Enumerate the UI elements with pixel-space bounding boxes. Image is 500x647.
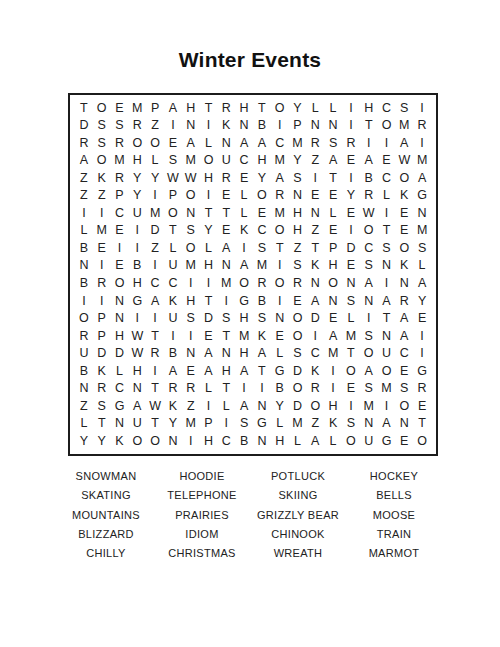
grid-cell-r10c16: E bbox=[342, 257, 360, 275]
grid-cell-r15c16: T bbox=[342, 345, 360, 363]
grid-cell-r15c6: B bbox=[164, 345, 182, 363]
grid-cell-r19c17: N bbox=[360, 415, 378, 433]
grid-cell-r6c8: I bbox=[200, 187, 218, 205]
grid-cell-r18c12: Y bbox=[271, 397, 289, 415]
grid-cell-r20c7: I bbox=[182, 432, 200, 450]
grid-cell-r19c1: L bbox=[75, 415, 93, 433]
grid-cell-r19c16: S bbox=[342, 415, 360, 433]
grid-cell-r6c18: L bbox=[378, 187, 396, 205]
grid-cell-r6c12: R bbox=[271, 187, 289, 205]
word-item: SNOWMAN bbox=[58, 467, 154, 486]
grid-cell-r20c1: Y bbox=[75, 432, 93, 450]
grid-cell-r20c3: K bbox=[111, 432, 129, 450]
grid-cell-r5c13: S bbox=[289, 169, 307, 187]
grid-cell-r2c18: O bbox=[378, 117, 396, 135]
grid-cell-r5c14: I bbox=[306, 169, 324, 187]
grid-cell-r9c11: S bbox=[253, 239, 271, 257]
grid-cell-r3c19: A bbox=[395, 134, 413, 152]
grid-cell-r16c16: O bbox=[342, 362, 360, 380]
grid-cell-r12c10: G bbox=[235, 292, 253, 310]
grid-cell-r14c11: K bbox=[253, 327, 271, 345]
grid-cell-r5c16: I bbox=[342, 169, 360, 187]
grid-cell-r2c1: D bbox=[75, 117, 93, 135]
grid-cell-r16c3: L bbox=[111, 362, 129, 380]
grid-cell-r7c2: I bbox=[93, 204, 111, 222]
grid-cell-r16c14: K bbox=[306, 362, 324, 380]
grid-cell-r15c2: D bbox=[93, 345, 111, 363]
grid-cell-r5c4: Y bbox=[128, 169, 146, 187]
grid-cell-r9c6: L bbox=[164, 239, 182, 257]
grid-cell-r8c11: C bbox=[253, 222, 271, 240]
grid-cell-r14c20: I bbox=[413, 327, 431, 345]
grid-cell-r17c9: T bbox=[217, 380, 235, 398]
grid-cell-r13c18: T bbox=[378, 310, 396, 328]
grid-cell-r14c17: S bbox=[360, 327, 378, 345]
grid-cell-r8c19: E bbox=[395, 222, 413, 240]
grid-cell-r1c10: H bbox=[235, 99, 253, 117]
grid-cell-r16c20: G bbox=[413, 362, 431, 380]
grid-cell-r14c13: O bbox=[289, 327, 307, 345]
grid-cell-r6c16: Y bbox=[342, 187, 360, 205]
grid-cell-r2c6: I bbox=[164, 117, 182, 135]
grid-cell-r18c9: L bbox=[217, 397, 235, 415]
grid-cell-r20c11: N bbox=[253, 432, 271, 450]
grid-cell-r6c5: I bbox=[146, 187, 164, 205]
grid-cell-r4c15: A bbox=[324, 152, 342, 170]
grid-cell-r9c8: L bbox=[200, 239, 218, 257]
grid-cell-r3c14: R bbox=[306, 134, 324, 152]
grid-cell-r13c8: D bbox=[200, 310, 218, 328]
grid-cell-r10c19: K bbox=[395, 257, 413, 275]
grid-cell-r11c11: R bbox=[253, 274, 271, 292]
grid-cell-r2c9: K bbox=[217, 117, 235, 135]
grid-cell-r20c6: N bbox=[164, 432, 182, 450]
grid-cell-r8c7: S bbox=[182, 222, 200, 240]
grid-cell-r14c12: E bbox=[271, 327, 289, 345]
grid-cell-r3c10: A bbox=[235, 134, 253, 152]
grid-cell-r17c7: R bbox=[182, 380, 200, 398]
grid-cell-r11c18: I bbox=[378, 274, 396, 292]
grid-cell-r7c8: T bbox=[200, 204, 218, 222]
grid-cell-r1c6: A bbox=[164, 99, 182, 117]
grid-cell-r4c19: W bbox=[395, 152, 413, 170]
grid-cell-r20c15: L bbox=[324, 432, 342, 450]
word-list-column-4: HOCKEYBELLSMOOSETRAINMARMOT bbox=[346, 467, 442, 563]
word-item: HOODIE bbox=[154, 467, 250, 486]
grid-cell-r19c18: A bbox=[378, 415, 396, 433]
grid-cell-r8c13: H bbox=[289, 222, 307, 240]
grid-cell-r10c6: U bbox=[164, 257, 182, 275]
grid-cell-r13c19: A bbox=[395, 310, 413, 328]
grid-cell-r2c3: S bbox=[111, 117, 129, 135]
grid-cell-r9c14: T bbox=[306, 239, 324, 257]
grid-cell-r4c3: M bbox=[111, 152, 129, 170]
grid-cell-r13c12: N bbox=[271, 310, 289, 328]
grid-cell-r13c2: P bbox=[93, 310, 111, 328]
grid-cell-r9c15: P bbox=[324, 239, 342, 257]
grid-cell-r12c15: N bbox=[324, 292, 342, 310]
grid-cell-r2c12: I bbox=[271, 117, 289, 135]
grid-cell-r7c5: M bbox=[146, 204, 164, 222]
grid-cell-r16c2: K bbox=[93, 362, 111, 380]
grid-cell-r2c2: S bbox=[93, 117, 111, 135]
grid-cell-r19c20: T bbox=[413, 415, 431, 433]
grid-cell-r6c1: Z bbox=[75, 187, 93, 205]
grid-cell-r4c7: M bbox=[182, 152, 200, 170]
grid-cell-r17c19: S bbox=[395, 380, 413, 398]
grid-cell-r12c6: K bbox=[164, 292, 182, 310]
grid-cell-r20c8: H bbox=[200, 432, 218, 450]
grid-cell-r5c5: Y bbox=[146, 169, 164, 187]
grid-cell-r7c7: N bbox=[182, 204, 200, 222]
grid-cell-r6c20: G bbox=[413, 187, 431, 205]
grid-cell-r18c18: I bbox=[378, 397, 396, 415]
word-item: SKATING bbox=[58, 486, 154, 505]
grid-cell-r12c13: E bbox=[289, 292, 307, 310]
grid-cell-r6c14: E bbox=[306, 187, 324, 205]
puzzle-title: Winter Events bbox=[0, 48, 500, 72]
grid-cell-r19c9: I bbox=[217, 415, 235, 433]
grid-cell-r5c6: W bbox=[164, 169, 182, 187]
grid-cell-r6c15: E bbox=[324, 187, 342, 205]
grid-cell-r18c8: I bbox=[200, 397, 218, 415]
grid-cell-r5c2: K bbox=[93, 169, 111, 187]
grid-cell-r8c14: Z bbox=[306, 222, 324, 240]
grid-cell-r1c2: O bbox=[93, 99, 111, 117]
grid-cell-r8c9: E bbox=[217, 222, 235, 240]
grid-cell-r8c3: E bbox=[111, 222, 129, 240]
grid-cell-r7c9: T bbox=[217, 204, 235, 222]
grid-cell-r1c18: C bbox=[378, 99, 396, 117]
grid-cell-r12c7: H bbox=[182, 292, 200, 310]
grid-cell-r11c1: B bbox=[75, 274, 93, 292]
grid-cell-r19c12: L bbox=[271, 415, 289, 433]
grid-cell-r15c1: U bbox=[75, 345, 93, 363]
grid-cell-r11c10: O bbox=[235, 274, 253, 292]
grid-cell-r9c4: I bbox=[128, 239, 146, 257]
grid-cell-r7c1: I bbox=[75, 204, 93, 222]
grid-cell-r12c9: I bbox=[217, 292, 235, 310]
grid-cell-r17c1: N bbox=[75, 380, 93, 398]
grid-cell-r5c9: R bbox=[217, 169, 235, 187]
grid-cell-r3c7: A bbox=[182, 134, 200, 152]
grid-cell-r16c12: G bbox=[271, 362, 289, 380]
grid-cell-r9c13: Z bbox=[289, 239, 307, 257]
grid-cell-r17c15: I bbox=[324, 380, 342, 398]
grid-cell-r10c4: B bbox=[128, 257, 146, 275]
grid-cell-r1c9: R bbox=[217, 99, 235, 117]
grid-cell-r9c10: I bbox=[235, 239, 253, 257]
grid-cell-r3c13: M bbox=[289, 134, 307, 152]
grid-cell-r8c16: I bbox=[342, 222, 360, 240]
grid-cell-r12c19: R bbox=[395, 292, 413, 310]
grid-cell-r15c7: N bbox=[182, 345, 200, 363]
grid-cell-r18c3: G bbox=[111, 397, 129, 415]
grid-cell-r11c12: O bbox=[271, 274, 289, 292]
grid-cell-r16c15: I bbox=[324, 362, 342, 380]
letter-grid: TOEMPAHTRHTOYLLIHCSIDSSRZINIKNBIPNNITOMR… bbox=[68, 93, 438, 456]
grid-cell-r10c14: K bbox=[306, 257, 324, 275]
grid-cell-r18c13: D bbox=[289, 397, 307, 415]
grid-cell-r1c3: E bbox=[111, 99, 129, 117]
grid-cell-r9c3: I bbox=[111, 239, 129, 257]
grid-cell-r1c20: I bbox=[413, 99, 431, 117]
grid-cell-r14c3: H bbox=[111, 327, 129, 345]
grid-cell-r1c19: S bbox=[395, 99, 413, 117]
grid-cell-r11c5: C bbox=[146, 274, 164, 292]
grid-cell-r11c19: N bbox=[395, 274, 413, 292]
grid-cell-r3c20: I bbox=[413, 134, 431, 152]
grid-cell-r16c9: H bbox=[217, 362, 235, 380]
grid-cell-r6c2: Z bbox=[93, 187, 111, 205]
grid-cell-r6c17: R bbox=[360, 187, 378, 205]
grid-cell-r10c9: N bbox=[217, 257, 235, 275]
grid-cell-r15c5: R bbox=[146, 345, 164, 363]
grid-cell-r2c15: N bbox=[324, 117, 342, 135]
grid-cell-r4c6: S bbox=[164, 152, 182, 170]
grid-cell-r10c20: L bbox=[413, 257, 431, 275]
grid-cell-r8c2: M bbox=[93, 222, 111, 240]
grid-cell-r11c16: N bbox=[342, 274, 360, 292]
grid-cell-r16c6: A bbox=[164, 362, 182, 380]
grid-cell-r18c15: H bbox=[324, 397, 342, 415]
grid-cell-r20c5: O bbox=[146, 432, 164, 450]
grid-cell-r12c17: N bbox=[360, 292, 378, 310]
word-list-column-3: POTLUCKSKIINGGRIZZLY BEARCHINOOKWREATH bbox=[250, 467, 346, 563]
grid-cell-r11c14: N bbox=[306, 274, 324, 292]
grid-cell-r17c11: I bbox=[253, 380, 271, 398]
grid-cell-r3c3: R bbox=[111, 134, 129, 152]
word-item: TELEPHONE bbox=[154, 486, 250, 505]
grid-cell-r4c20: M bbox=[413, 152, 431, 170]
grid-cell-r1c11: T bbox=[253, 99, 271, 117]
grid-cell-r7c16: E bbox=[342, 204, 360, 222]
grid-cell-r11c17: A bbox=[360, 274, 378, 292]
grid-cell-r19c19: N bbox=[395, 415, 413, 433]
grid-cell-r15c19: C bbox=[395, 345, 413, 363]
grid-cell-r18c6: K bbox=[164, 397, 182, 415]
grid-cell-r2c17: T bbox=[360, 117, 378, 135]
grid-cell-r15c4: W bbox=[128, 345, 146, 363]
grid-cell-r10c8: H bbox=[200, 257, 218, 275]
grid-cell-r1c14: L bbox=[306, 99, 324, 117]
grid-cell-r14c15: A bbox=[324, 327, 342, 345]
grid-cell-r20c2: Y bbox=[93, 432, 111, 450]
grid-cell-r17c3: C bbox=[111, 380, 129, 398]
grid-cell-r5c17: B bbox=[360, 169, 378, 187]
grid-cell-r14c2: P bbox=[93, 327, 111, 345]
grid-cell-r8c20: M bbox=[413, 222, 431, 240]
grid-cell-r8c6: T bbox=[164, 222, 182, 240]
grid-cell-r12c12: I bbox=[271, 292, 289, 310]
grid-cell-r18c1: Z bbox=[75, 397, 93, 415]
word-item: IDIOM bbox=[154, 525, 250, 544]
grid-cell-r13c14: D bbox=[306, 310, 324, 328]
grid-cell-r8c4: I bbox=[128, 222, 146, 240]
grid-cell-r18c16: I bbox=[342, 397, 360, 415]
grid-cell-r8c12: O bbox=[271, 222, 289, 240]
grid-cell-r3c8: L bbox=[200, 134, 218, 152]
grid-cell-r17c18: M bbox=[378, 380, 396, 398]
grid-cell-r18c19: O bbox=[395, 397, 413, 415]
word-item: MOOSE bbox=[346, 506, 442, 525]
grid-cell-r2c4: R bbox=[128, 117, 146, 135]
word-item: PRAIRIES bbox=[154, 506, 250, 525]
grid-cell-r12c3: N bbox=[111, 292, 129, 310]
grid-cell-r20c12: H bbox=[271, 432, 289, 450]
grid-cell-r9c12: T bbox=[271, 239, 289, 257]
grid-cell-r1c8: T bbox=[200, 99, 218, 117]
grid-cell-r16c18: O bbox=[378, 362, 396, 380]
word-item: MARMOT bbox=[346, 544, 442, 563]
grid-cell-r13c13: O bbox=[289, 310, 307, 328]
word-list-column-1: SNOWMANSKATINGMOUNTAINSBLIZZARDCHILLY bbox=[58, 467, 154, 563]
grid-cell-r11c3: O bbox=[111, 274, 129, 292]
grid-cell-r19c7: M bbox=[182, 415, 200, 433]
grid-cell-r18c11: N bbox=[253, 397, 271, 415]
grid-cell-r9c17: C bbox=[360, 239, 378, 257]
grid-cell-r7c14: N bbox=[306, 204, 324, 222]
grid-cell-r17c6: R bbox=[164, 380, 182, 398]
grid-cell-r8c5: D bbox=[146, 222, 164, 240]
grid-cell-r1c4: M bbox=[128, 99, 146, 117]
grid-cell-r3c5: O bbox=[146, 134, 164, 152]
word-item: HOCKEY bbox=[346, 467, 442, 486]
grid-cell-r17c2: R bbox=[93, 380, 111, 398]
grid-cell-r18c17: M bbox=[360, 397, 378, 415]
grid-cell-r3c18: I bbox=[378, 134, 396, 152]
grid-cell-r12c8: T bbox=[200, 292, 218, 310]
grid-cell-r19c8: P bbox=[200, 415, 218, 433]
grid-cell-r20c13: L bbox=[289, 432, 307, 450]
grid-cell-r6c7: O bbox=[182, 187, 200, 205]
grid-cell-r10c7: M bbox=[182, 257, 200, 275]
grid-cell-r16c19: E bbox=[395, 362, 413, 380]
grid-cell-r15c10: H bbox=[235, 345, 253, 363]
grid-cell-r9c20: S bbox=[413, 239, 431, 257]
grid-cell-r4c10: C bbox=[235, 152, 253, 170]
grid-cell-r7c15: L bbox=[324, 204, 342, 222]
grid-cell-r15c17: O bbox=[360, 345, 378, 363]
grid-cell-r19c13: M bbox=[289, 415, 307, 433]
grid-cell-r3c11: A bbox=[253, 134, 271, 152]
grid-cell-r10c15: H bbox=[324, 257, 342, 275]
grid-cell-r1c15: L bbox=[324, 99, 342, 117]
grid-cell-r12c11: B bbox=[253, 292, 271, 310]
grid-cell-r11c6: C bbox=[164, 274, 182, 292]
grid-cell-r19c14: Z bbox=[306, 415, 324, 433]
grid-cell-r1c1: T bbox=[75, 99, 93, 117]
word-search-page: { "game": "word_search", "title": "Winte… bbox=[0, 0, 500, 647]
grid-cell-r14c16: M bbox=[342, 327, 360, 345]
grid-cell-r11c9: M bbox=[217, 274, 235, 292]
grid-cell-r20c4: O bbox=[128, 432, 146, 450]
grid-cell-r13c11: S bbox=[253, 310, 271, 328]
grid-cell-r12c14: A bbox=[306, 292, 324, 310]
grid-cell-r11c8: I bbox=[200, 274, 218, 292]
grid-cell-r4c18: E bbox=[378, 152, 396, 170]
grid-cell-r15c15: M bbox=[324, 345, 342, 363]
grid-cell-r10c12: I bbox=[271, 257, 289, 275]
grid-cell-r18c10: A bbox=[235, 397, 253, 415]
grid-cell-r5c3: R bbox=[111, 169, 129, 187]
grid-cell-r14c6: I bbox=[164, 327, 182, 345]
grid-cell-r20c19: E bbox=[395, 432, 413, 450]
grid-cell-r7c11: E bbox=[253, 204, 271, 222]
grid-cell-r7c19: E bbox=[395, 204, 413, 222]
grid-cell-r18c14: O bbox=[306, 397, 324, 415]
grid-cell-r3c4: O bbox=[128, 134, 146, 152]
word-item: TRAIN bbox=[346, 525, 442, 544]
grid-cell-r17c8: L bbox=[200, 380, 218, 398]
grid-cell-r17c16: E bbox=[342, 380, 360, 398]
grid-cell-r18c4: A bbox=[128, 397, 146, 415]
grid-cell-r5c18: C bbox=[378, 169, 396, 187]
grid-cell-r10c11: M bbox=[253, 257, 271, 275]
grid-cell-r6c3: P bbox=[111, 187, 129, 205]
grid-cell-r14c10: M bbox=[235, 327, 253, 345]
grid-cell-r2c5: Z bbox=[146, 117, 164, 135]
grid-cell-r15c9: N bbox=[217, 345, 235, 363]
grid-cell-r3c9: N bbox=[217, 134, 235, 152]
grid-cell-r4c14: Z bbox=[306, 152, 324, 170]
grid-cell-r8c10: K bbox=[235, 222, 253, 240]
grid-cell-r9c18: S bbox=[378, 239, 396, 257]
grid-cell-r17c12: B bbox=[271, 380, 289, 398]
grid-cell-r5c19: O bbox=[395, 169, 413, 187]
grid-cell-r1c13: Y bbox=[289, 99, 307, 117]
grid-cell-r7c3: C bbox=[111, 204, 129, 222]
grid-cell-r11c4: H bbox=[128, 274, 146, 292]
grid-cell-r1c5: P bbox=[146, 99, 164, 117]
grid-cell-r16c8: A bbox=[200, 362, 218, 380]
grid-cell-r16c4: H bbox=[128, 362, 146, 380]
grid-cell-r13c4: I bbox=[128, 310, 146, 328]
grid-cell-r12c1: I bbox=[75, 292, 93, 310]
grid-cell-r14c18: N bbox=[378, 327, 396, 345]
grid-cell-r6c9: E bbox=[217, 187, 235, 205]
grid-cell-r13c16: L bbox=[342, 310, 360, 328]
grid-cell-r9c1: B bbox=[75, 239, 93, 257]
grid-cell-r20c18: G bbox=[378, 432, 396, 450]
grid-cell-r4c9: U bbox=[217, 152, 235, 170]
grid-cell-r4c16: E bbox=[342, 152, 360, 170]
grid-cell-r14c5: T bbox=[146, 327, 164, 345]
grid-cell-r5c11: Y bbox=[253, 169, 271, 187]
grid-cell-r7c17: W bbox=[360, 204, 378, 222]
grid-cell-r6c19: K bbox=[395, 187, 413, 205]
grid-cell-r10c10: A bbox=[235, 257, 253, 275]
grid-cell-r16c17: A bbox=[360, 362, 378, 380]
grid-cell-r13c9: S bbox=[217, 310, 235, 328]
word-item: BLIZZARD bbox=[58, 525, 154, 544]
grid-cell-r19c11: G bbox=[253, 415, 271, 433]
grid-cell-r3c1: R bbox=[75, 134, 93, 152]
grid-cell-r13c20: E bbox=[413, 310, 431, 328]
grid-cell-r2c20: R bbox=[413, 117, 431, 135]
grid-cell-r9c16: D bbox=[342, 239, 360, 257]
grid-cell-r3c15: S bbox=[324, 134, 342, 152]
grid-cell-r16c5: I bbox=[146, 362, 164, 380]
grid-cell-r17c10: I bbox=[235, 380, 253, 398]
word-item: CHRISTMAS bbox=[154, 544, 250, 563]
grid-cell-r2c16: I bbox=[342, 117, 360, 135]
grid-cell-r5c15: T bbox=[324, 169, 342, 187]
grid-cell-r10c3: E bbox=[111, 257, 129, 275]
grid-cell-r5c8: H bbox=[200, 169, 218, 187]
grid-cell-r5c20: A bbox=[413, 169, 431, 187]
grid-cell-r13c7: S bbox=[182, 310, 200, 328]
